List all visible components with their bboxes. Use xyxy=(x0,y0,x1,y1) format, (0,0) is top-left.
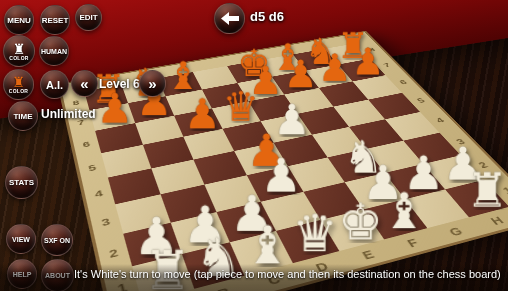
black-color-button[interactable]: ♜ COLOR xyxy=(3,69,34,100)
orange-piece-icon: ♜ xyxy=(12,75,25,89)
black-pawn-g7[interactable]: ♟ xyxy=(317,41,354,86)
chevron-left-icon: « xyxy=(80,75,88,92)
human-button[interactable]: HUMAN xyxy=(39,36,69,66)
arrow-left-icon xyxy=(221,12,239,25)
white-piece-icon: ♜ xyxy=(13,42,26,56)
time-value: Unlimited xyxy=(41,107,96,121)
white-bishop-f1[interactable]: ♝ xyxy=(380,175,428,235)
white-rook-h1[interactable]: ♜ xyxy=(464,156,508,213)
ai-button[interactable]: A.I. xyxy=(40,70,69,99)
edit-button[interactable]: EDIT xyxy=(75,4,102,31)
undo-button[interactable] xyxy=(214,3,245,34)
rank-label-left-3: 3 xyxy=(89,204,124,240)
status-text: It's White's turn to move (tap piece to … xyxy=(74,268,501,280)
ai-label: A.I. xyxy=(46,79,63,91)
view-label: VIEW xyxy=(12,236,30,243)
chess-board[interactable]: 8877665544332211ABCDEFGH♜♞♝♚♝♞♜♟♟♟♟♟♟♟♛♟… xyxy=(60,32,508,291)
white-bishop-c1[interactable]: ♝ xyxy=(242,208,293,271)
white-queen-d1[interactable]: ♛ xyxy=(290,196,340,258)
reset-button[interactable]: RESET xyxy=(40,5,70,35)
menu-label: MENU xyxy=(7,16,31,25)
time-label: TIME xyxy=(13,112,32,121)
sxf-label: SXF ON xyxy=(44,237,70,244)
last-move-display: d5 d6 xyxy=(250,9,284,24)
stats-label: STATS xyxy=(9,178,34,187)
white-color-button[interactable]: ♜ COLOR xyxy=(3,35,35,67)
level-indicator: Level 6 xyxy=(99,77,140,91)
color-caption: COLOR xyxy=(9,55,29,61)
level-down-button[interactable]: « xyxy=(71,70,98,97)
white-king-e1[interactable]: ♚ xyxy=(336,186,385,247)
black-pawn-c6[interactable]: ♟ xyxy=(182,84,222,134)
chevron-right-icon: » xyxy=(148,75,156,92)
chess-3d-scene: 8877665544332211ABCDEFGH♜♞♝♚♝♞♜♟♟♟♟♟♟♟♛♟… xyxy=(0,0,508,291)
black-pawn-f7[interactable]: ♟ xyxy=(282,47,319,93)
menu-button[interactable]: MENU xyxy=(4,5,34,35)
black-pawn-h7[interactable]: ♟ xyxy=(350,35,386,80)
human-label: HUMAN xyxy=(41,48,67,55)
view-button[interactable]: VIEW xyxy=(6,224,36,254)
edit-label: EDIT xyxy=(79,13,97,22)
level-up-button[interactable]: » xyxy=(139,70,166,97)
reset-label: RESET xyxy=(42,16,69,25)
color-caption: COLOR xyxy=(9,88,29,94)
stats-button[interactable]: STATS xyxy=(5,166,38,199)
square-b5[interactable] xyxy=(143,137,194,169)
sxf-toggle-button[interactable]: SXF ON xyxy=(41,224,73,256)
time-button[interactable]: TIME xyxy=(8,101,38,131)
